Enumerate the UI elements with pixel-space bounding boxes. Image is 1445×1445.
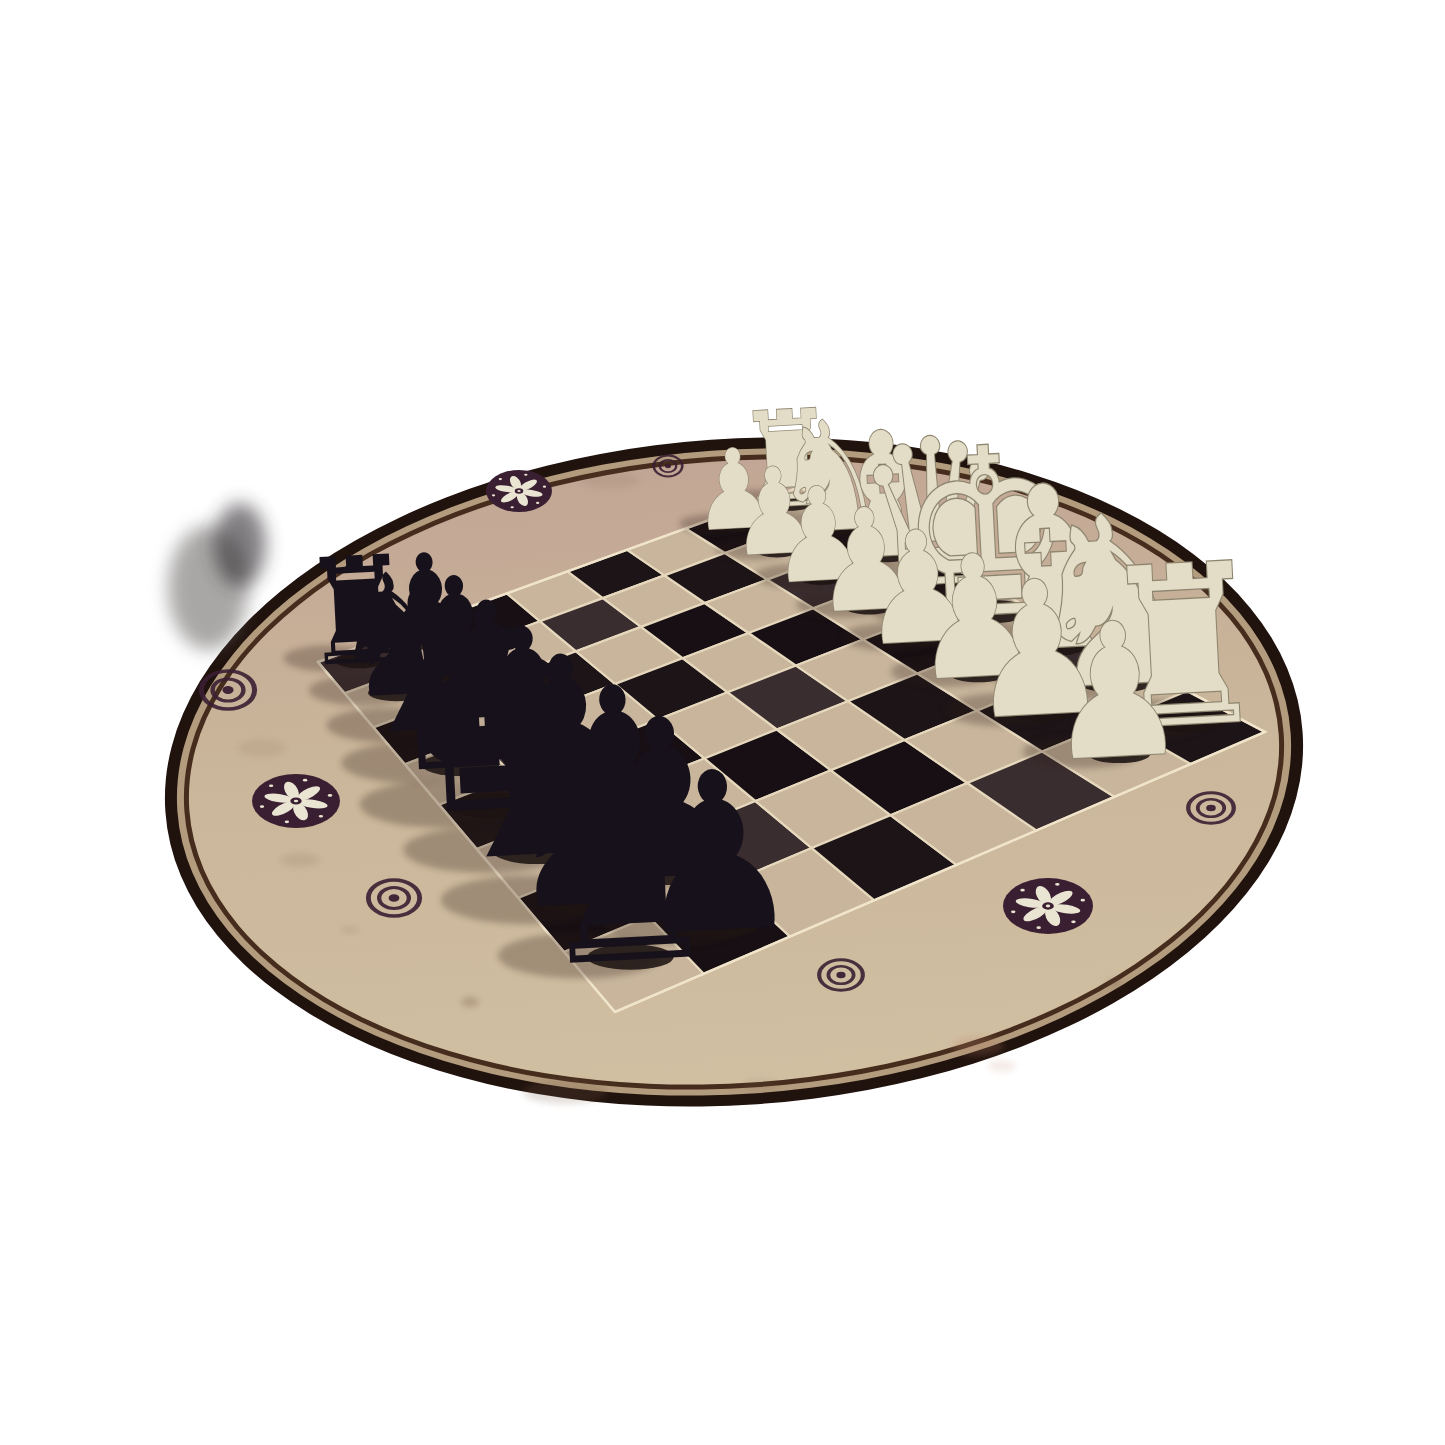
defocus-blob [214,503,266,587]
stain [523,1080,607,1104]
stain [461,997,479,1007]
stain [238,739,286,757]
stain [952,1036,1004,1056]
flower-inlay [486,470,552,512]
flower-inlay [252,774,340,828]
white-pawn-h2[interactable]: ♟ [1040,580,1190,802]
stain [742,1079,778,1091]
piece-glyph: ♜ [522,718,729,1025]
stain [280,853,320,867]
stain [340,926,360,934]
stain [988,1060,1016,1072]
stain [1107,979,1121,987]
chessboard-photo: ♜♟♞♟♝♟♛♟♚♟♟♝♜♟♟♞♞♟♟♜♝♟♟♛♟♚♟♝♟♞♟♜ [0,0,1445,1445]
flower-inlay [1003,878,1093,934]
black-rook-h8[interactable]: ♜ [522,718,729,1025]
stain [580,472,640,488]
photo-canvas: chess ♜♟♞♟♝♟♛♟♚♟♟♝♜♟♟♞♞♟♟♜♝♟♟♛♟♚♟♝♟♞♟♜ [0,0,1445,1445]
piece-glyph: ♟ [1040,580,1190,802]
